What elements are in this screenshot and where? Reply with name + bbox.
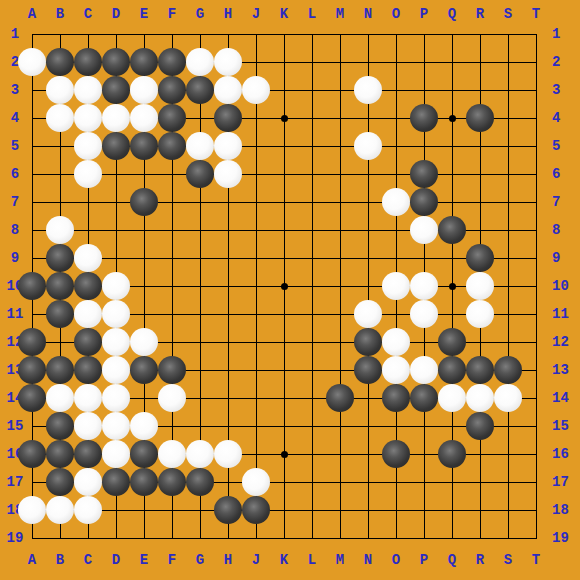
stone-white (410, 216, 438, 244)
stone-white (102, 412, 130, 440)
stone-white (214, 132, 242, 160)
stone-black (74, 440, 102, 468)
stone-black (466, 356, 494, 384)
grid-line-v (536, 34, 537, 539)
stone-white (214, 48, 242, 76)
stone-white (46, 216, 74, 244)
stone-black (102, 468, 130, 496)
col-label-bottom: H (214, 551, 242, 569)
row-label-left: 15 (0, 417, 30, 435)
stone-white (354, 132, 382, 160)
stone-black (438, 328, 466, 356)
stone-white (382, 188, 410, 216)
row-label-left: 6 (0, 165, 30, 183)
col-label-bottom: S (494, 551, 522, 569)
col-label-top: P (410, 5, 438, 23)
stone-black (410, 188, 438, 216)
grid-line-v (312, 34, 313, 539)
stone-white (74, 160, 102, 188)
stone-white (102, 328, 130, 356)
col-label-bottom: M (326, 551, 354, 569)
col-label-bottom: O (382, 551, 410, 569)
col-label-bottom: R (466, 551, 494, 569)
col-label-top: C (74, 5, 102, 23)
row-label-right: 19 (552, 529, 580, 547)
stone-white (382, 272, 410, 300)
stone-black (130, 132, 158, 160)
stone-black (214, 104, 242, 132)
stone-white (186, 132, 214, 160)
stone-black (46, 300, 74, 328)
stone-white (102, 356, 130, 384)
row-label-left: 5 (0, 137, 30, 155)
grid-line-v (368, 34, 369, 539)
row-label-right: 10 (552, 277, 580, 295)
row-label-right: 6 (552, 165, 580, 183)
stone-black (186, 76, 214, 104)
star-point (281, 451, 288, 458)
col-label-bottom: D (102, 551, 130, 569)
col-label-bottom: G (186, 551, 214, 569)
stone-black (158, 132, 186, 160)
stone-white (158, 384, 186, 412)
stone-white (74, 76, 102, 104)
stone-white (74, 300, 102, 328)
stone-white (18, 496, 46, 524)
stone-white (214, 160, 242, 188)
stone-black (438, 440, 466, 468)
col-label-top: Q (438, 5, 466, 23)
stone-white (102, 384, 130, 412)
star-point (449, 283, 456, 290)
stone-white (242, 76, 270, 104)
stone-black (158, 48, 186, 76)
stone-black (130, 356, 158, 384)
stone-white (130, 328, 158, 356)
stone-white (410, 272, 438, 300)
stone-white (74, 104, 102, 132)
stone-black (466, 104, 494, 132)
col-label-top: K (270, 5, 298, 23)
stone-black (18, 384, 46, 412)
stone-black (466, 412, 494, 440)
stone-black (354, 356, 382, 384)
col-label-bottom: J (242, 551, 270, 569)
stone-white (214, 76, 242, 104)
row-label-right: 4 (552, 109, 580, 127)
row-label-right: 9 (552, 249, 580, 267)
star-point (449, 115, 456, 122)
row-label-right: 18 (552, 501, 580, 519)
row-label-left: 11 (0, 305, 30, 323)
stone-white (438, 384, 466, 412)
stone-white (46, 384, 74, 412)
stone-white (18, 48, 46, 76)
stone-white (74, 132, 102, 160)
stone-black (18, 356, 46, 384)
stone-black (102, 48, 130, 76)
col-label-top: T (522, 5, 550, 23)
row-label-left: 17 (0, 473, 30, 491)
stone-black (74, 356, 102, 384)
stone-black (46, 272, 74, 300)
row-label-right: 16 (552, 445, 580, 463)
col-label-top: D (102, 5, 130, 23)
stone-black (46, 48, 74, 76)
stone-black (494, 356, 522, 384)
grid-line-h (32, 510, 537, 511)
stone-white (74, 244, 102, 272)
col-label-top: G (186, 5, 214, 23)
grid-line-v (508, 34, 509, 539)
stone-white (74, 412, 102, 440)
stone-black (186, 160, 214, 188)
row-label-left: 8 (0, 221, 30, 239)
row-label-right: 17 (552, 473, 580, 491)
col-label-top: B (46, 5, 74, 23)
row-label-right: 11 (552, 305, 580, 323)
row-label-right: 2 (552, 53, 580, 71)
stone-white (102, 300, 130, 328)
stone-white (466, 300, 494, 328)
row-label-left: 3 (0, 81, 30, 99)
col-label-top: L (298, 5, 326, 23)
stone-white (410, 300, 438, 328)
stone-black (410, 160, 438, 188)
stone-white (74, 496, 102, 524)
stone-black (130, 468, 158, 496)
row-label-right: 12 (552, 333, 580, 351)
stone-black (354, 328, 382, 356)
stone-black (46, 440, 74, 468)
col-label-top: O (382, 5, 410, 23)
row-label-right: 1 (552, 25, 580, 43)
col-label-bottom: L (298, 551, 326, 569)
stone-white (46, 104, 74, 132)
stone-white (46, 76, 74, 104)
stone-white (410, 356, 438, 384)
stone-black (214, 496, 242, 524)
col-label-bottom: F (158, 551, 186, 569)
stone-white (214, 440, 242, 468)
stone-white (466, 272, 494, 300)
col-label-bottom: T (522, 551, 550, 569)
stone-black (18, 328, 46, 356)
row-label-left: 9 (0, 249, 30, 267)
stone-white (354, 300, 382, 328)
stone-white (102, 272, 130, 300)
stone-black (130, 440, 158, 468)
stone-black (326, 384, 354, 412)
stone-white (102, 440, 130, 468)
stone-black (242, 496, 270, 524)
stone-black (158, 104, 186, 132)
row-label-left: 1 (0, 25, 30, 43)
stone-white (466, 384, 494, 412)
stone-white (382, 328, 410, 356)
col-label-bottom: N (354, 551, 382, 569)
stone-white (102, 104, 130, 132)
stone-black (382, 440, 410, 468)
stone-black (46, 356, 74, 384)
grid-line-v (340, 34, 341, 539)
stone-black (382, 384, 410, 412)
stone-black (158, 76, 186, 104)
stone-white (186, 440, 214, 468)
col-label-bottom: A (18, 551, 46, 569)
stone-white (242, 468, 270, 496)
row-label-right: 5 (552, 137, 580, 155)
row-label-right: 13 (552, 361, 580, 379)
row-label-right: 8 (552, 221, 580, 239)
grid-line-h (32, 538, 537, 539)
stone-white (46, 496, 74, 524)
col-label-bottom: Q (438, 551, 466, 569)
stone-black (410, 104, 438, 132)
col-label-bottom: P (410, 551, 438, 569)
stone-black (438, 356, 466, 384)
stone-black (74, 272, 102, 300)
stone-white (382, 356, 410, 384)
stone-black (466, 244, 494, 272)
stone-white (130, 412, 158, 440)
stone-black (130, 188, 158, 216)
stone-black (46, 244, 74, 272)
row-label-right: 15 (552, 417, 580, 435)
stone-black (46, 468, 74, 496)
stone-white (130, 76, 158, 104)
stone-white (354, 76, 382, 104)
col-label-top: R (466, 5, 494, 23)
col-label-top: E (130, 5, 158, 23)
stone-white (494, 384, 522, 412)
row-label-left: 4 (0, 109, 30, 127)
col-label-top: H (214, 5, 242, 23)
stone-black (74, 48, 102, 76)
go-board[interactable]: AA11BB22CC33DD44EE55FF66GG77HH88JJ99KK10… (0, 0, 580, 580)
stone-white (186, 48, 214, 76)
stone-black (438, 216, 466, 244)
col-label-top: N (354, 5, 382, 23)
stone-white (130, 104, 158, 132)
star-point (281, 115, 288, 122)
stone-black (130, 48, 158, 76)
stone-black (102, 76, 130, 104)
col-label-top: F (158, 5, 186, 23)
row-label-left: 19 (0, 529, 30, 547)
stone-black (102, 132, 130, 160)
stone-black (74, 328, 102, 356)
star-point (281, 283, 288, 290)
col-label-bottom: K (270, 551, 298, 569)
col-label-bottom: E (130, 551, 158, 569)
stone-black (186, 468, 214, 496)
stone-black (410, 384, 438, 412)
stone-black (158, 468, 186, 496)
row-label-right: 7 (552, 193, 580, 211)
row-label-right: 14 (552, 389, 580, 407)
col-label-top: M (326, 5, 354, 23)
col-label-bottom: B (46, 551, 74, 569)
stone-black (158, 356, 186, 384)
col-label-top: J (242, 5, 270, 23)
col-label-top: S (494, 5, 522, 23)
stone-black (46, 412, 74, 440)
row-label-left: 7 (0, 193, 30, 211)
col-label-top: A (18, 5, 46, 23)
row-label-right: 3 (552, 81, 580, 99)
stone-white (74, 384, 102, 412)
col-label-bottom: C (74, 551, 102, 569)
stone-black (18, 440, 46, 468)
stone-white (158, 440, 186, 468)
stone-black (18, 272, 46, 300)
stone-white (74, 468, 102, 496)
